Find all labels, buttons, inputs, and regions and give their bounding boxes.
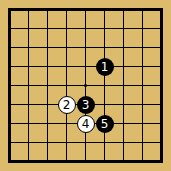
go-board[interactable]: 12345 [0,0,171,171]
star-point [84,84,87,87]
black-stone-3[interactable]: 3 [77,96,95,114]
black-stone-5[interactable]: 5 [96,115,114,133]
white-stone-4[interactable]: 4 [77,115,95,133]
go-diagram: 12345 [0,0,171,171]
black-stone-1[interactable]: 1 [96,58,114,76]
white-stone-2[interactable]: 2 [58,96,76,114]
